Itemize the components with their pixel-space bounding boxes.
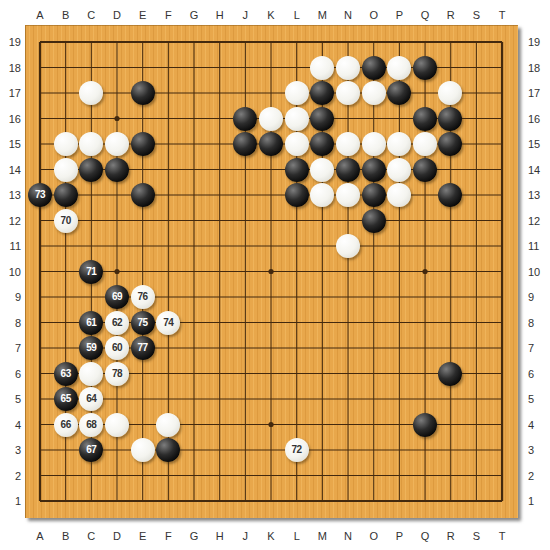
stone-black-B13 <box>54 183 78 207</box>
stone-black-L14 <box>285 158 309 182</box>
move-number: 77 <box>138 343 148 353</box>
stone-black-C14 <box>79 158 103 182</box>
coord-label-bottom-A: A <box>30 529 50 543</box>
stone-white-P14 <box>387 158 411 182</box>
coord-label-left-13: 13 <box>2 188 21 202</box>
coord-label-left-2: 2 <box>2 469 21 483</box>
coord-label-bottom-D: D <box>107 529 127 543</box>
coord-label-top-R: R <box>441 8 461 22</box>
coord-label-left-14: 14 <box>2 163 21 177</box>
coord-label-right-11: 11 <box>528 239 550 253</box>
stone-white-K16 <box>259 107 283 131</box>
coord-label-bottom-S: S <box>466 529 486 543</box>
stone-black-K15 <box>259 132 283 156</box>
coord-label-bottom-F: F <box>158 529 178 543</box>
stone-white-C5: 64 <box>79 387 103 411</box>
coord-label-top-F: F <box>158 8 178 22</box>
move-number: 59 <box>86 343 96 353</box>
stone-black-Q14 <box>413 158 437 182</box>
move-number: 72 <box>291 445 301 455</box>
coord-label-right-2: 2 <box>528 469 550 483</box>
coord-label-bottom-B: B <box>56 529 76 543</box>
stone-white-M13 <box>310 183 334 207</box>
coord-label-right-10: 10 <box>528 265 550 279</box>
stone-black-Q16 <box>413 107 437 131</box>
coord-label-right-1: 1 <box>528 494 550 508</box>
coord-label-top-H: H <box>210 8 230 22</box>
stone-black-O18 <box>362 56 386 80</box>
move-number: 76 <box>138 292 148 302</box>
move-number: 71 <box>86 267 96 277</box>
stone-black-J16 <box>233 107 257 131</box>
coord-label-bottom-G: G <box>184 529 204 543</box>
coord-label-right-15: 15 <box>528 137 550 151</box>
stone-white-N11 <box>336 234 360 258</box>
coord-label-bottom-H: H <box>210 529 230 543</box>
stone-black-E13 <box>131 183 155 207</box>
stone-black-C10: 71 <box>79 260 103 284</box>
coord-label-right-13: 13 <box>528 188 550 202</box>
stone-white-E9: 76 <box>131 285 155 309</box>
stone-black-Q18 <box>413 56 437 80</box>
stone-white-O17 <box>362 81 386 105</box>
stone-black-M15 <box>310 132 334 156</box>
coord-label-bottom-K: K <box>261 529 281 543</box>
coord-label-right-17: 17 <box>528 86 550 100</box>
coord-label-left-6: 6 <box>2 367 21 381</box>
stone-black-F3 <box>156 438 180 462</box>
stone-black-P17 <box>387 81 411 105</box>
coord-label-top-K: K <box>261 8 281 22</box>
stone-white-M18 <box>310 56 334 80</box>
stone-white-D6: 78 <box>105 362 129 386</box>
coord-label-left-12: 12 <box>2 214 21 228</box>
stone-white-B4: 66 <box>54 413 78 437</box>
move-number: 68 <box>86 420 96 430</box>
move-number: 73 <box>35 190 45 200</box>
coord-label-left-10: 10 <box>2 265 21 279</box>
coord-label-left-7: 7 <box>2 341 21 355</box>
stone-white-B12: 70 <box>54 209 78 233</box>
coord-label-right-19: 19 <box>528 35 550 49</box>
coord-label-top-S: S <box>466 8 486 22</box>
stone-white-D15 <box>105 132 129 156</box>
stone-black-O13 <box>362 183 386 207</box>
stone-black-R6 <box>438 362 462 386</box>
coord-label-left-3: 3 <box>2 443 21 457</box>
coord-label-top-L: L <box>287 8 307 22</box>
goban: 7370716976616275745960776378656466686772 <box>25 25 518 518</box>
coord-label-top-P: P <box>389 8 409 22</box>
stone-white-N15 <box>336 132 360 156</box>
coord-label-bottom-J: J <box>235 529 255 543</box>
board-grid: 7370716976616275745960776378656466686772 <box>27 29 515 514</box>
coord-label-right-18: 18 <box>528 61 550 75</box>
move-number: 70 <box>61 216 71 226</box>
move-number: 66 <box>61 420 71 430</box>
coord-label-top-B: B <box>56 8 76 22</box>
stone-black-M17 <box>310 81 334 105</box>
stone-black-R15 <box>438 132 462 156</box>
coord-label-top-M: M <box>312 8 332 22</box>
stone-white-D4 <box>105 413 129 437</box>
stone-white-M14 <box>310 158 334 182</box>
coord-label-top-D: D <box>107 8 127 22</box>
stone-white-F4 <box>156 413 180 437</box>
stone-white-Q15 <box>413 132 437 156</box>
coord-label-right-8: 8 <box>528 316 550 330</box>
coord-label-left-4: 4 <box>2 418 21 432</box>
coord-label-top-Q: Q <box>415 8 435 22</box>
stone-white-D8: 62 <box>105 311 129 335</box>
coord-label-right-6: 6 <box>528 367 550 381</box>
stone-white-C17 <box>79 81 103 105</box>
stone-white-B15 <box>54 132 78 156</box>
coord-label-top-A: A <box>30 8 50 22</box>
stone-white-N17 <box>336 81 360 105</box>
coord-label-top-E: E <box>133 8 153 22</box>
stone-black-A13: 73 <box>28 183 52 207</box>
stone-white-E3 <box>131 438 155 462</box>
stone-white-C15 <box>79 132 103 156</box>
move-number: 67 <box>86 445 96 455</box>
stone-white-D7: 60 <box>105 336 129 360</box>
coord-label-top-C: C <box>81 8 101 22</box>
stone-black-L13 <box>285 183 309 207</box>
go-diagram: 7370716976616275745960776378656466686772… <box>0 0 550 550</box>
coord-label-right-4: 4 <box>528 418 550 432</box>
coord-label-top-J: J <box>235 8 255 22</box>
coord-label-left-17: 17 <box>2 86 21 100</box>
coord-label-left-19: 19 <box>2 35 21 49</box>
coord-label-left-8: 8 <box>2 316 21 330</box>
stone-black-O14 <box>362 158 386 182</box>
coord-label-top-N: N <box>338 8 358 22</box>
stone-white-F8: 74 <box>156 311 180 335</box>
stone-black-D9: 69 <box>105 285 129 309</box>
coord-label-right-9: 9 <box>528 290 550 304</box>
move-number: 78 <box>112 369 122 379</box>
stone-black-J15 <box>233 132 257 156</box>
stone-white-L3: 72 <box>285 438 309 462</box>
stone-black-C3: 67 <box>79 438 103 462</box>
coord-label-bottom-N: N <box>338 529 358 543</box>
move-number: 69 <box>112 292 122 302</box>
coord-label-right-12: 12 <box>528 214 550 228</box>
stone-white-N18 <box>336 56 360 80</box>
stone-black-Q4 <box>413 413 437 437</box>
stone-white-R17 <box>438 81 462 105</box>
stone-black-M16 <box>310 107 334 131</box>
coord-label-right-5: 5 <box>528 392 550 406</box>
stone-white-O15 <box>362 132 386 156</box>
stone-black-B5: 65 <box>54 387 78 411</box>
stone-white-L16 <box>285 107 309 131</box>
stone-white-P15 <box>387 132 411 156</box>
stone-white-P18 <box>387 56 411 80</box>
stone-white-C6 <box>79 362 103 386</box>
stone-black-D14 <box>105 158 129 182</box>
stone-white-L17 <box>285 81 309 105</box>
coord-label-bottom-L: L <box>287 529 307 543</box>
coord-label-bottom-Q: Q <box>415 529 435 543</box>
coord-label-right-7: 7 <box>528 341 550 355</box>
stone-white-C4: 68 <box>79 413 103 437</box>
stone-black-E17 <box>131 81 155 105</box>
coord-label-left-5: 5 <box>2 392 21 406</box>
coord-label-left-18: 18 <box>2 61 21 75</box>
coord-label-bottom-E: E <box>133 529 153 543</box>
move-number: 74 <box>163 318 173 328</box>
move-number: 61 <box>86 318 96 328</box>
coord-label-bottom-O: O <box>364 529 384 543</box>
coord-label-right-16: 16 <box>528 112 550 126</box>
stone-white-N13 <box>336 183 360 207</box>
coord-label-bottom-R: R <box>441 529 461 543</box>
stone-black-C7: 59 <box>79 336 103 360</box>
coord-label-left-11: 11 <box>2 239 21 253</box>
stone-white-B14 <box>54 158 78 182</box>
coord-label-left-9: 9 <box>2 290 21 304</box>
coord-label-left-1: 1 <box>2 494 21 508</box>
stone-black-E8: 75 <box>131 311 155 335</box>
coord-label-bottom-C: C <box>81 529 101 543</box>
stone-black-R13 <box>438 183 462 207</box>
coord-label-left-16: 16 <box>2 112 21 126</box>
move-number: 63 <box>61 369 71 379</box>
stone-black-R16 <box>438 107 462 131</box>
coord-label-top-O: O <box>364 8 384 22</box>
move-number: 65 <box>61 394 71 404</box>
coord-label-bottom-M: M <box>312 529 332 543</box>
coord-label-right-3: 3 <box>528 443 550 457</box>
stone-white-P13 <box>387 183 411 207</box>
move-number: 62 <box>112 318 122 328</box>
coord-label-right-14: 14 <box>528 163 550 177</box>
stone-black-C8: 61 <box>79 311 103 335</box>
coord-label-bottom-T: T <box>492 529 512 543</box>
coord-label-bottom-P: P <box>389 529 409 543</box>
stone-black-N14 <box>336 158 360 182</box>
stone-white-L15 <box>285 132 309 156</box>
stone-black-O12 <box>362 209 386 233</box>
stone-black-E7: 77 <box>131 336 155 360</box>
coord-label-top-G: G <box>184 8 204 22</box>
move-number: 60 <box>112 343 122 353</box>
coord-label-left-15: 15 <box>2 137 21 151</box>
move-number: 64 <box>86 394 96 404</box>
stone-black-B6: 63 <box>54 362 78 386</box>
stone-black-E15 <box>131 132 155 156</box>
move-number: 75 <box>138 318 148 328</box>
coord-label-top-T: T <box>492 8 512 22</box>
